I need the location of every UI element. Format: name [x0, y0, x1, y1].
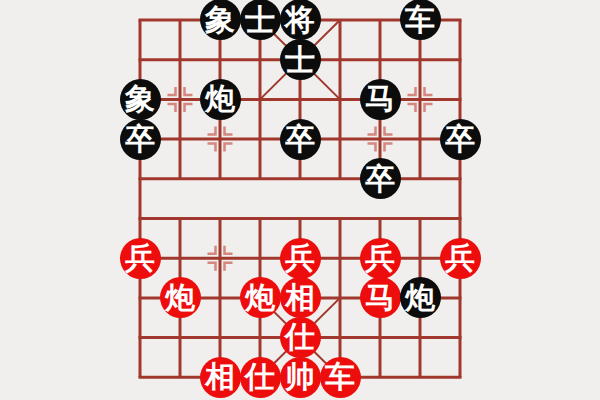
piece-red-advisor[interactable]: 仕	[280, 317, 321, 358]
piece-red-pawn[interactable]: 兵	[120, 238, 161, 279]
piece-black-general[interactable]: 将	[280, 0, 321, 40]
piece-black-cannon[interactable]: 炮	[200, 79, 241, 120]
piece-red-pawn[interactable]: 兵	[440, 238, 481, 279]
piece-red-elephant[interactable]: 相	[280, 277, 321, 318]
piece-red-chariot[interactable]: 车	[320, 357, 361, 398]
piece-red-advisor[interactable]: 仕	[240, 357, 281, 398]
piece-red-horse[interactable]: 马	[360, 277, 401, 318]
piece-red-cannon[interactable]: 炮	[160, 277, 201, 318]
piece-black-horse[interactable]: 马	[360, 79, 401, 120]
xiangqi-board: 象士将车士象炮马卒卒卒卒兵兵兵兵炮炮相马炮仕相仕帅车	[0, 0, 600, 400]
piece-black-advisor[interactable]: 士	[280, 39, 321, 80]
piece-black-advisor[interactable]: 士	[240, 0, 281, 40]
piece-black-pawn[interactable]: 卒	[360, 158, 401, 199]
piece-black-pawn[interactable]: 卒	[440, 119, 481, 160]
piece-black-pawn[interactable]: 卒	[120, 119, 161, 160]
piece-red-pawn[interactable]: 兵	[360, 238, 401, 279]
piece-black-elephant[interactable]: 象	[200, 0, 241, 40]
piece-black-elephant[interactable]: 象	[120, 79, 161, 120]
piece-black-cannon[interactable]: 炮	[400, 277, 441, 318]
piece-red-elephant[interactable]: 相	[200, 357, 241, 398]
piece-red-cannon[interactable]: 炮	[240, 277, 281, 318]
piece-black-chariot[interactable]: 车	[400, 0, 441, 40]
piece-red-pawn[interactable]: 兵	[280, 238, 321, 279]
piece-red-general[interactable]: 帅	[280, 357, 321, 398]
piece-layer: 象士将车士象炮马卒卒卒卒兵兵兵兵炮炮相马炮仕相仕帅车	[120, 0, 480, 397]
piece-black-pawn[interactable]: 卒	[280, 119, 321, 160]
